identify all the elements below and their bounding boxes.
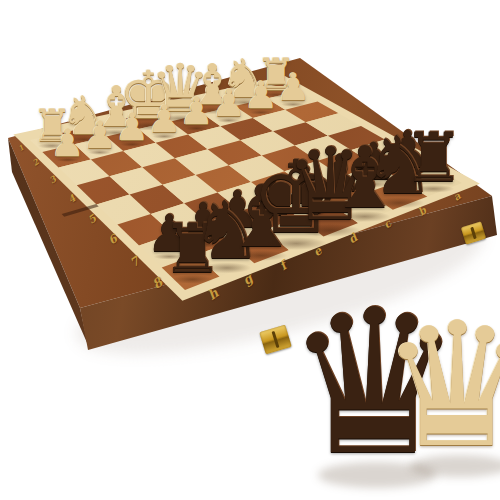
closeup-light-queen: ♛ bbox=[380, 300, 500, 472]
product-photo-page: { "game": "chess", "scene": { "descripti… bbox=[0, 0, 500, 500]
chess-set-photo: 12345678hgfedcba♜♞♝♚♛♝♞♜♟♟♟♟♟♟♟♟♟♟♟♟♟♟♟♟… bbox=[0, 0, 500, 500]
closeup-dark-queen: ♛ bbox=[284, 283, 463, 483]
closeup-light-queen-shadow bbox=[410, 455, 500, 477]
